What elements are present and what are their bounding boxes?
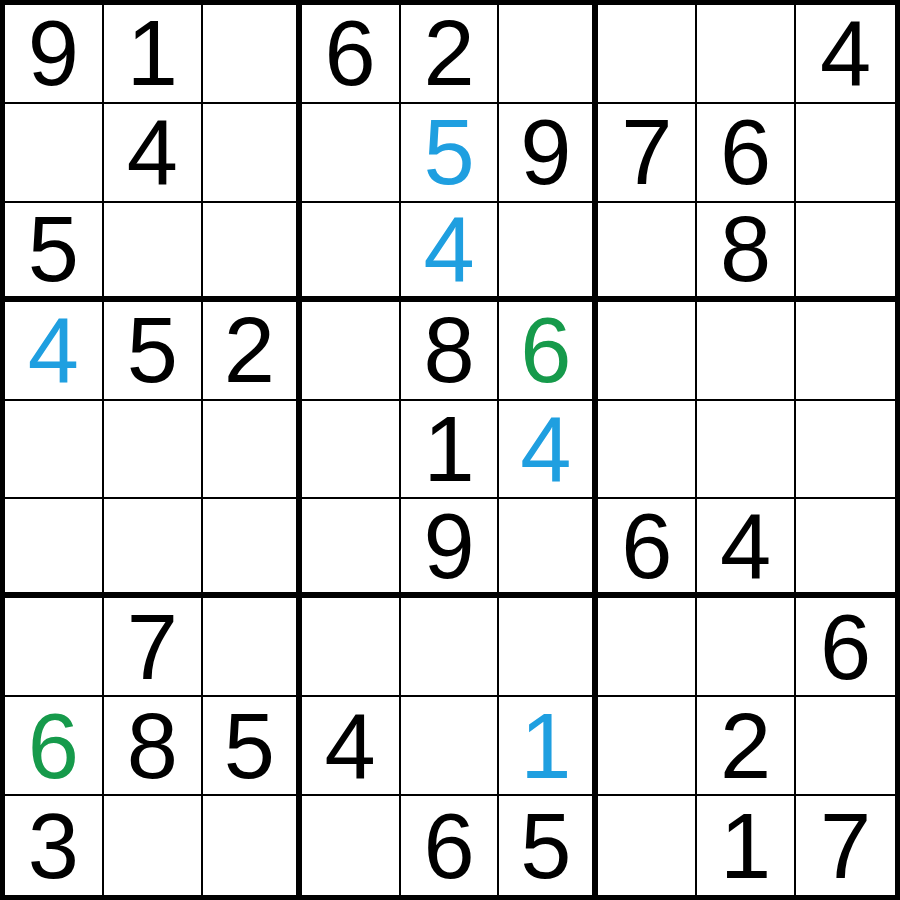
digit-r9c8: 1: [720, 800, 771, 892]
digit-r2c2: 4: [127, 106, 178, 198]
cell-r8c5[interactable]: [401, 697, 500, 796]
cell-r7c4[interactable]: [302, 598, 401, 697]
digit-r4c5: 8: [423, 304, 474, 396]
cell-r7c6[interactable]: [499, 598, 598, 697]
cell-r3c7[interactable]: [598, 203, 697, 302]
digit-r6c5: 9: [423, 500, 474, 592]
cell-r9c2[interactable]: [104, 796, 203, 895]
digit-r9c5: 6: [423, 800, 474, 892]
cell-r4c1[interactable]: 4: [5, 302, 104, 401]
cell-r2c8[interactable]: 6: [697, 104, 796, 203]
cell-r4c3[interactable]: 2: [203, 302, 302, 401]
cell-r5c3[interactable]: [203, 401, 302, 500]
digit-r8c4: 4: [325, 700, 376, 792]
cell-r2c9[interactable]: [796, 104, 895, 203]
cell-r6c9[interactable]: [796, 499, 895, 598]
cell-r5c6[interactable]: 4: [499, 401, 598, 500]
digit-r7c2: 7: [127, 601, 178, 693]
cell-r1c9[interactable]: 4: [796, 5, 895, 104]
digit-r1c4: 6: [325, 7, 376, 99]
cell-r5c2[interactable]: [104, 401, 203, 500]
digit-r2c8: 6: [720, 106, 771, 198]
cell-r5c9[interactable]: [796, 401, 895, 500]
cell-r7c5[interactable]: [401, 598, 500, 697]
cell-r8c1[interactable]: 6: [5, 697, 104, 796]
cell-r4c8[interactable]: [697, 302, 796, 401]
cell-r1c1[interactable]: 9: [5, 5, 104, 104]
cell-r6c2[interactable]: [104, 499, 203, 598]
digit-r6c8: 4: [720, 500, 771, 592]
cell-r4c6[interactable]: 6: [499, 302, 598, 401]
cell-r9c9[interactable]: 7: [796, 796, 895, 895]
cell-r8c3[interactable]: 5: [203, 697, 302, 796]
digit-r4c2: 5: [127, 304, 178, 396]
digit-r8c2: 8: [127, 700, 178, 792]
cell-r1c8[interactable]: [697, 5, 796, 104]
digit-r8c6: 1: [520, 700, 571, 792]
cell-r7c8[interactable]: [697, 598, 796, 697]
digit-r3c8: 8: [720, 203, 771, 295]
cell-r1c4[interactable]: 6: [302, 5, 401, 104]
digit-r4c3: 2: [224, 304, 275, 396]
cell-r6c3[interactable]: [203, 499, 302, 598]
cell-r1c5[interactable]: 2: [401, 5, 500, 104]
digit-r3c5: 4: [423, 203, 474, 295]
cell-r5c8[interactable]: [697, 401, 796, 500]
cell-r6c6[interactable]: [499, 499, 598, 598]
cell-r1c7[interactable]: [598, 5, 697, 104]
cell-r5c4[interactable]: [302, 401, 401, 500]
cell-r4c5[interactable]: 8: [401, 302, 500, 401]
cell-r9c7[interactable]: [598, 796, 697, 895]
digit-r4c1: 4: [28, 304, 79, 396]
cell-r6c5[interactable]: 9: [401, 499, 500, 598]
cell-r3c1[interactable]: 5: [5, 203, 104, 302]
digit-r9c9: 7: [820, 800, 871, 892]
cell-r2c6[interactable]: 9: [499, 104, 598, 203]
cell-r2c1[interactable]: [5, 104, 104, 203]
digit-r6c7: 6: [621, 500, 672, 592]
cell-r9c5[interactable]: 6: [401, 796, 500, 895]
digit-r1c9: 4: [820, 7, 871, 99]
digit-r8c8: 2: [720, 700, 771, 792]
cell-r5c7[interactable]: [598, 401, 697, 500]
cell-r1c2[interactable]: 1: [104, 5, 203, 104]
cell-r9c6[interactable]: 5: [499, 796, 598, 895]
cell-r3c4[interactable]: [302, 203, 401, 302]
cell-r8c9[interactable]: [796, 697, 895, 796]
cell-r2c3[interactable]: [203, 104, 302, 203]
digit-r1c1: 9: [28, 7, 79, 99]
sudoku-page: 916244597654845286149647668541236517: [0, 0, 900, 900]
cell-r3c5[interactable]: 4: [401, 203, 500, 302]
cell-r7c7[interactable]: [598, 598, 697, 697]
cell-r9c4[interactable]: [302, 796, 401, 895]
cell-r3c9[interactable]: [796, 203, 895, 302]
digit-r8c3: 5: [224, 700, 275, 792]
cell-r9c3[interactable]: [203, 796, 302, 895]
digit-r7c9: 6: [820, 601, 871, 693]
cell-r4c4[interactable]: [302, 302, 401, 401]
cell-r6c8[interactable]: 4: [697, 499, 796, 598]
cell-r7c9[interactable]: 6: [796, 598, 895, 697]
cell-r6c4[interactable]: [302, 499, 401, 598]
cell-r9c8[interactable]: 1: [697, 796, 796, 895]
digit-r9c6: 5: [520, 800, 571, 892]
digit-r8c1: 6: [28, 700, 79, 792]
cell-r3c8[interactable]: 8: [697, 203, 796, 302]
cell-r7c1[interactable]: [5, 598, 104, 697]
cell-r2c7[interactable]: 7: [598, 104, 697, 203]
cell-r6c7[interactable]: 6: [598, 499, 697, 598]
cell-r7c2[interactable]: 7: [104, 598, 203, 697]
digit-r5c5: 1: [423, 403, 474, 495]
digit-r9c1: 3: [28, 800, 79, 892]
digit-r4c6: 6: [520, 304, 571, 396]
cell-r4c2[interactable]: 5: [104, 302, 203, 401]
cell-r1c3[interactable]: [203, 5, 302, 104]
cell-r8c2[interactable]: 8: [104, 697, 203, 796]
digit-r2c5: 5: [423, 106, 474, 198]
cell-r7c3[interactable]: [203, 598, 302, 697]
cell-r2c4[interactable]: [302, 104, 401, 203]
cell-r9c1[interactable]: 3: [5, 796, 104, 895]
digit-r1c2: 1: [127, 7, 178, 99]
cell-r8c6[interactable]: 1: [499, 697, 598, 796]
cell-r2c2[interactable]: 4: [104, 104, 203, 203]
digit-r2c7: 7: [621, 106, 672, 198]
cell-r1c6[interactable]: [499, 5, 598, 104]
cell-r4c9[interactable]: [796, 302, 895, 401]
cell-r4c7[interactable]: [598, 302, 697, 401]
cell-r8c7[interactable]: [598, 697, 697, 796]
cell-r6c1[interactable]: [5, 499, 104, 598]
cell-r3c3[interactable]: [203, 203, 302, 302]
cell-r8c8[interactable]: 2: [697, 697, 796, 796]
cell-r8c4[interactable]: 4: [302, 697, 401, 796]
cell-r3c2[interactable]: [104, 203, 203, 302]
cell-r5c1[interactable]: [5, 401, 104, 500]
digit-r5c6: 4: [520, 403, 571, 495]
cell-r2c5[interactable]: 5: [401, 104, 500, 203]
digit-r2c6: 9: [520, 106, 571, 198]
cell-r5c5[interactable]: 1: [401, 401, 500, 500]
cell-r3c6[interactable]: [499, 203, 598, 302]
sudoku-board: 916244597654845286149647668541236517: [0, 0, 900, 900]
digit-r3c1: 5: [28, 203, 79, 295]
digit-r1c5: 2: [423, 7, 474, 99]
